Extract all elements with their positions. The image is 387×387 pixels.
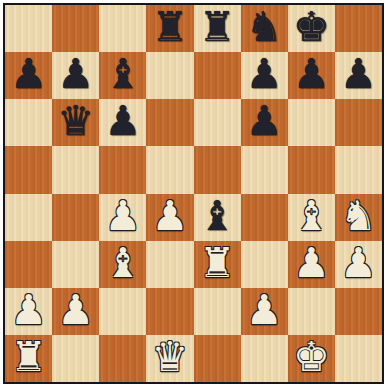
chessboard: ♜♜♞♚♟♟♝♟♟♟♛♟♟♟♟♝♝♞♝♜♟♟♟♟♟♜♛♚ bbox=[3, 3, 384, 384]
square-f2[interactable]: ♟ bbox=[241, 288, 288, 335]
square-d4[interactable]: ♟ bbox=[146, 194, 193, 241]
square-c1[interactable] bbox=[99, 335, 146, 382]
square-h2[interactable] bbox=[335, 288, 382, 335]
square-e5[interactable] bbox=[194, 146, 241, 193]
chessboard-frame: ♜♜♞♚♟♟♝♟♟♟♛♟♟♟♟♝♝♞♝♜♟♟♟♟♟♜♛♚ bbox=[0, 0, 387, 387]
black-knight-f8[interactable]: ♞ bbox=[246, 7, 283, 48]
square-a8[interactable] bbox=[5, 5, 52, 52]
black-pawn-b7[interactable]: ♟ bbox=[57, 54, 94, 95]
square-f1[interactable] bbox=[241, 335, 288, 382]
black-pawn-h7[interactable]: ♟ bbox=[340, 54, 377, 95]
square-c2[interactable] bbox=[99, 288, 146, 335]
square-g6[interactable] bbox=[288, 99, 335, 146]
white-king-g1[interactable]: ♚ bbox=[293, 337, 330, 378]
white-rook-e3[interactable]: ♜ bbox=[199, 243, 236, 284]
square-b1[interactable] bbox=[52, 335, 99, 382]
square-e8[interactable]: ♜ bbox=[194, 5, 241, 52]
black-rook-e8[interactable]: ♜ bbox=[199, 7, 236, 48]
white-rook-a1[interactable]: ♜ bbox=[10, 337, 47, 378]
square-b2[interactable]: ♟ bbox=[52, 288, 99, 335]
square-a7[interactable]: ♟ bbox=[5, 52, 52, 99]
square-h4[interactable]: ♞ bbox=[335, 194, 382, 241]
square-c4[interactable]: ♟ bbox=[99, 194, 146, 241]
square-h3[interactable]: ♟ bbox=[335, 241, 382, 288]
white-knight-h4[interactable]: ♞ bbox=[340, 196, 377, 237]
square-c5[interactable] bbox=[99, 146, 146, 193]
black-bishop-e4[interactable]: ♝ bbox=[199, 196, 236, 237]
square-a4[interactable] bbox=[5, 194, 52, 241]
square-g7[interactable]: ♟ bbox=[288, 52, 335, 99]
square-e4[interactable]: ♝ bbox=[194, 194, 241, 241]
square-e7[interactable] bbox=[194, 52, 241, 99]
square-h8[interactable] bbox=[335, 5, 382, 52]
square-g8[interactable]: ♚ bbox=[288, 5, 335, 52]
black-pawn-c6[interactable]: ♟ bbox=[104, 101, 141, 142]
square-d1[interactable]: ♛ bbox=[146, 335, 193, 382]
white-pawn-b2[interactable]: ♟ bbox=[57, 290, 94, 331]
white-bishop-g4[interactable]: ♝ bbox=[293, 196, 330, 237]
black-pawn-a7[interactable]: ♟ bbox=[10, 54, 47, 95]
square-d7[interactable] bbox=[146, 52, 193, 99]
black-queen-b6[interactable]: ♛ bbox=[57, 101, 94, 142]
square-b3[interactable] bbox=[52, 241, 99, 288]
square-g1[interactable]: ♚ bbox=[288, 335, 335, 382]
square-b8[interactable] bbox=[52, 5, 99, 52]
square-e6[interactable] bbox=[194, 99, 241, 146]
black-pawn-g7[interactable]: ♟ bbox=[293, 54, 330, 95]
square-f3[interactable] bbox=[241, 241, 288, 288]
square-f7[interactable]: ♟ bbox=[241, 52, 288, 99]
square-b5[interactable] bbox=[52, 146, 99, 193]
square-c3[interactable]: ♝ bbox=[99, 241, 146, 288]
white-pawn-c4[interactable]: ♟ bbox=[104, 196, 141, 237]
square-b7[interactable]: ♟ bbox=[52, 52, 99, 99]
black-bishop-c7[interactable]: ♝ bbox=[104, 54, 141, 95]
square-g5[interactable] bbox=[288, 146, 335, 193]
square-c8[interactable] bbox=[99, 5, 146, 52]
square-f8[interactable]: ♞ bbox=[241, 5, 288, 52]
square-d5[interactable] bbox=[146, 146, 193, 193]
square-c7[interactable]: ♝ bbox=[99, 52, 146, 99]
square-e1[interactable] bbox=[194, 335, 241, 382]
square-a3[interactable] bbox=[5, 241, 52, 288]
square-g4[interactable]: ♝ bbox=[288, 194, 335, 241]
square-f5[interactable] bbox=[241, 146, 288, 193]
black-king-g8[interactable]: ♚ bbox=[293, 7, 330, 48]
square-f6[interactable]: ♟ bbox=[241, 99, 288, 146]
square-d2[interactable] bbox=[146, 288, 193, 335]
square-h7[interactable]: ♟ bbox=[335, 52, 382, 99]
black-pawn-f6[interactable]: ♟ bbox=[246, 101, 283, 142]
square-b4[interactable] bbox=[52, 194, 99, 241]
square-a5[interactable] bbox=[5, 146, 52, 193]
square-g3[interactable]: ♟ bbox=[288, 241, 335, 288]
square-c6[interactable]: ♟ bbox=[99, 99, 146, 146]
square-d3[interactable] bbox=[146, 241, 193, 288]
square-a1[interactable]: ♜ bbox=[5, 335, 52, 382]
white-pawn-a2[interactable]: ♟ bbox=[10, 290, 47, 331]
white-pawn-f2[interactable]: ♟ bbox=[246, 290, 283, 331]
square-e2[interactable] bbox=[194, 288, 241, 335]
black-pawn-f7[interactable]: ♟ bbox=[246, 54, 283, 95]
square-a2[interactable]: ♟ bbox=[5, 288, 52, 335]
square-a6[interactable] bbox=[5, 99, 52, 146]
white-bishop-c3[interactable]: ♝ bbox=[104, 243, 141, 284]
square-d6[interactable] bbox=[146, 99, 193, 146]
square-h6[interactable] bbox=[335, 99, 382, 146]
square-b6[interactable]: ♛ bbox=[52, 99, 99, 146]
square-h1[interactable] bbox=[335, 335, 382, 382]
square-g2[interactable] bbox=[288, 288, 335, 335]
square-h5[interactable] bbox=[335, 146, 382, 193]
black-rook-d8[interactable]: ♜ bbox=[152, 7, 189, 48]
white-pawn-d4[interactable]: ♟ bbox=[152, 196, 189, 237]
square-e3[interactable]: ♜ bbox=[194, 241, 241, 288]
white-pawn-g3[interactable]: ♟ bbox=[293, 243, 330, 284]
white-pawn-h3[interactable]: ♟ bbox=[340, 243, 377, 284]
square-d8[interactable]: ♜ bbox=[146, 5, 193, 52]
white-queen-d1[interactable]: ♛ bbox=[152, 337, 189, 378]
square-f4[interactable] bbox=[241, 194, 288, 241]
